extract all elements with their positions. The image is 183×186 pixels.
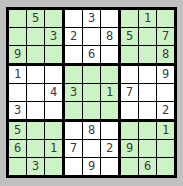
cell-r1c3[interactable] <box>45 10 62 27</box>
cell-r5c2[interactable] <box>27 84 44 101</box>
cell-r3c7[interactable] <box>121 46 138 63</box>
cell-r1c4[interactable] <box>65 10 82 27</box>
cell-r1c7[interactable] <box>121 10 138 27</box>
cell-r3c5[interactable]: 6 <box>83 46 100 63</box>
cell-r9c9[interactable] <box>157 158 174 175</box>
cell-r5c6[interactable]: 1 <box>101 84 118 101</box>
cell-r4c9[interactable]: 9 <box>157 66 174 83</box>
cell-r7c4[interactable] <box>65 122 82 139</box>
cell-r7c8[interactable] <box>139 122 156 139</box>
cell-r9c6[interactable] <box>101 158 118 175</box>
cell-r6c3[interactable] <box>45 102 62 119</box>
cell-r6c1[interactable]: 3 <box>9 102 26 119</box>
cell-r1c1[interactable] <box>9 10 26 27</box>
cell-r1c5[interactable]: 3 <box>83 10 100 27</box>
cell-r9c2[interactable]: 3 <box>27 158 44 175</box>
cell-r5c9[interactable] <box>157 84 174 101</box>
cell-r8c7[interactable]: 9 <box>121 140 138 157</box>
block-5: 972 <box>121 66 174 119</box>
cell-r8c6[interactable]: 2 <box>101 140 118 157</box>
cell-r8c4[interactable]: 7 <box>65 140 82 157</box>
cell-r4c5[interactable] <box>83 66 100 83</box>
cell-r8c5[interactable] <box>83 140 100 157</box>
cell-r3c9[interactable]: 8 <box>157 46 174 63</box>
cell-r2c8[interactable] <box>139 28 156 45</box>
block-4: 31 <box>65 66 118 119</box>
cell-r2c2[interactable] <box>27 28 44 45</box>
cell-r7c3[interactable] <box>45 122 62 139</box>
cell-r6c2[interactable] <box>27 102 44 119</box>
cell-r8c3[interactable]: 1 <box>45 140 62 157</box>
cell-r2c5[interactable] <box>83 28 100 45</box>
cell-r4c6[interactable] <box>101 66 118 83</box>
cell-r1c8[interactable]: 1 <box>139 10 156 27</box>
cell-r2c3[interactable]: 3 <box>45 28 62 45</box>
cell-r6c8[interactable] <box>139 102 156 119</box>
cell-r8c9[interactable] <box>157 140 174 157</box>
cell-r5c4[interactable]: 3 <box>65 84 82 101</box>
cell-r6c9[interactable]: 2 <box>157 102 174 119</box>
block-3: 143 <box>9 66 62 119</box>
cell-r7c2[interactable] <box>27 122 44 139</box>
cell-r4c1[interactable]: 1 <box>9 66 26 83</box>
cell-r7c5[interactable]: 8 <box>83 122 100 139</box>
cell-r3c3[interactable] <box>45 46 62 63</box>
cell-r9c7[interactable] <box>121 158 138 175</box>
cell-r1c9[interactable] <box>157 10 174 27</box>
cell-r8c2[interactable] <box>27 140 44 157</box>
cell-r3c6[interactable] <box>101 46 118 63</box>
cell-r7c9[interactable]: 1 <box>157 122 174 139</box>
cell-r9c8[interactable]: 6 <box>139 158 156 175</box>
cell-r2c4[interactable]: 2 <box>65 28 82 45</box>
cell-r9c1[interactable] <box>9 158 26 175</box>
cell-r9c5[interactable]: 9 <box>83 158 100 175</box>
cell-r2c7[interactable]: 5 <box>121 28 138 45</box>
block-6: 5613 <box>9 122 62 175</box>
cell-r8c1[interactable]: 6 <box>9 140 26 157</box>
cell-r1c6[interactable] <box>101 10 118 27</box>
cell-r5c1[interactable] <box>9 84 26 101</box>
cell-r4c7[interactable] <box>121 66 138 83</box>
cell-r4c3[interactable] <box>45 66 62 83</box>
cell-r7c7[interactable] <box>121 122 138 139</box>
cell-r3c8[interactable] <box>139 46 156 63</box>
cell-r5c8[interactable] <box>139 84 156 101</box>
cell-r3c2[interactable] <box>27 46 44 63</box>
cell-r6c4[interactable] <box>65 102 82 119</box>
cell-r4c4[interactable] <box>65 66 82 83</box>
cell-r2c1[interactable] <box>9 28 26 45</box>
cell-r6c7[interactable] <box>121 102 138 119</box>
cell-r7c6[interactable] <box>101 122 118 139</box>
block-8: 196 <box>121 122 174 175</box>
cell-r2c9[interactable]: 7 <box>157 28 174 45</box>
cell-r2c6[interactable]: 8 <box>101 28 118 45</box>
sudoku-board: 539328615781433197256138729196 <box>6 7 177 178</box>
cell-r5c5[interactable] <box>83 84 100 101</box>
cell-r4c2[interactable] <box>27 66 44 83</box>
cell-r7c1[interactable]: 5 <box>9 122 26 139</box>
cell-r4c8[interactable] <box>139 66 156 83</box>
cell-r1c2[interactable]: 5 <box>27 10 44 27</box>
cell-r3c4[interactable] <box>65 46 82 63</box>
page-background: 539328615781433197256138729196 <box>0 0 183 186</box>
block-7: 8729 <box>65 122 118 175</box>
cell-r9c3[interactable] <box>45 158 62 175</box>
block-2: 1578 <box>121 10 174 63</box>
block-1: 3286 <box>65 10 118 63</box>
cell-r9c4[interactable] <box>65 158 82 175</box>
cell-r6c5[interactable] <box>83 102 100 119</box>
block-0: 539 <box>9 10 62 63</box>
cell-r5c7[interactable]: 7 <box>121 84 138 101</box>
cell-r5c3[interactable]: 4 <box>45 84 62 101</box>
cell-r6c6[interactable] <box>101 102 118 119</box>
cell-r8c8[interactable] <box>139 140 156 157</box>
cell-r3c1[interactable]: 9 <box>9 46 26 63</box>
